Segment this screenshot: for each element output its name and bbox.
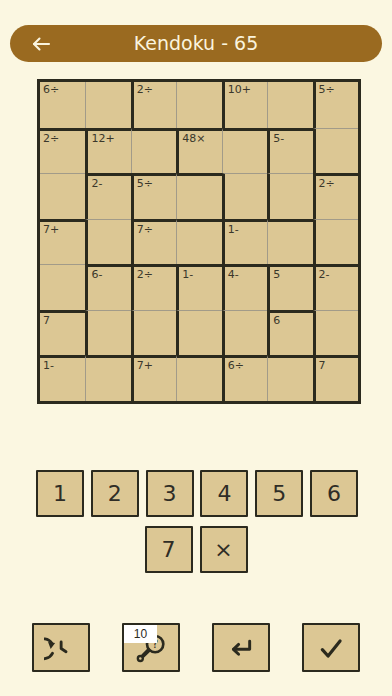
cage-label: 1- [182,268,193,281]
cage-label: 2÷ [137,268,153,281]
cell-r3c4[interactable]: 1- [222,219,267,265]
cell-r2c2[interactable]: 5÷ [131,173,176,219]
cell-r6c3[interactable] [176,355,221,401]
cell-r0c2[interactable]: 2÷ [131,82,176,128]
cell-r4c4[interactable]: 4- [222,264,267,310]
cage-label: 2÷ [43,132,59,145]
cage-label: 2- [91,177,102,190]
number-button-5[interactable]: 5 [255,470,303,517]
cell-r5c6[interactable] [313,310,358,356]
cell-r2c3[interactable] [176,173,221,219]
cell-r0c1[interactable] [85,82,130,128]
cage-label: 5÷ [137,177,153,190]
cell-r1c5[interactable]: 5- [267,128,312,174]
undo-button[interactable] [32,623,90,672]
cell-r1c1[interactable]: 12+ [85,128,130,174]
cell-r3c2[interactable]: 7÷ [131,219,176,265]
cage-label: 7 [319,359,326,372]
cell-r6c0[interactable]: 1- [40,355,85,401]
cell-r3c3[interactable] [176,219,221,265]
cell-r4c6[interactable]: 2- [313,264,358,310]
cage-label: 7+ [43,223,59,236]
cell-r5c3[interactable] [176,310,221,356]
cage-label: 5÷ [319,83,335,96]
cage-label: 1- [228,223,239,236]
cage-label: 5 [273,268,280,281]
return-arrow-icon [225,632,257,664]
number-button-1[interactable]: 1 [36,470,84,517]
cell-r3c1[interactable] [85,219,130,265]
cage-label: 6÷ [228,359,244,372]
cell-r6c1[interactable] [85,355,130,401]
history-clock-icon [44,631,78,665]
cell-r1c2[interactable] [131,128,176,174]
cell-r5c1[interactable] [85,310,130,356]
cell-r6c5[interactable] [267,355,312,401]
cell-r1c0[interactable]: 2÷ [40,128,85,174]
cell-r4c3[interactable]: 1- [176,264,221,310]
toolbar: ? 10 [32,623,360,672]
number-button-2[interactable]: 2 [91,470,139,517]
cell-r2c4[interactable] [222,173,267,219]
cage-label: 6- [91,268,102,281]
cage-label: 2- [319,268,330,281]
cell-r0c5[interactable] [267,82,312,128]
page-title: Kendoku - 65 [134,25,259,62]
number-button-3[interactable]: 3 [146,470,194,517]
cell-r1c6[interactable] [313,128,358,174]
puzzle-grid: 6÷2÷10+5÷2÷12+48×5-2-5÷2÷7+7÷1-6-2÷1-4-5… [37,79,361,404]
cell-r5c4[interactable] [222,310,267,356]
cell-r3c0[interactable]: 7+ [40,219,85,265]
cell-r2c6[interactable]: 2÷ [313,173,358,219]
cage-label: 5- [273,132,284,145]
cell-r6c6[interactable]: 7 [313,355,358,401]
cell-r3c5[interactable] [267,219,312,265]
cell-r1c4[interactable] [222,128,267,174]
checkmark-icon [315,632,347,664]
cell-r2c0[interactable] [40,173,85,219]
cell-r4c5[interactable]: 5 [267,264,312,310]
check-button[interactable] [302,623,360,672]
number-button-4[interactable]: 4 [200,470,248,517]
cell-r4c2[interactable]: 2÷ [131,264,176,310]
app-background: { "game": "KenDoku (KenKen / Calcudoku),… [0,0,392,696]
cage-label: 7+ [137,359,153,372]
cage-label: 2÷ [137,83,153,96]
cage-label: 7 [43,314,50,327]
cell-r5c0[interactable]: 7 [40,310,85,356]
hint-count-badge: 10 [124,625,157,643]
cage-label: 48× [182,132,205,145]
cage-label: 4- [228,268,239,281]
cell-r4c0[interactable] [40,264,85,310]
cell-r3c6[interactable] [313,219,358,265]
cage-label: 6÷ [43,83,59,96]
cell-r5c2[interactable] [131,310,176,356]
cell-r1c3[interactable]: 48× [176,128,221,174]
erase-button[interactable]: × [200,526,248,573]
number-button-6[interactable]: 6 [310,470,358,517]
number-button-7[interactable]: 7 [145,526,193,573]
return-button[interactable] [212,623,270,672]
cage-label: 7÷ [137,223,153,236]
back-button[interactable] [28,31,54,57]
cell-r2c1[interactable]: 2- [85,173,130,219]
cage-label: 1- [43,359,54,372]
cage-label: 6 [273,314,280,327]
numpad-row-1: 1 2 3 4 5 6 [36,470,358,517]
cell-r5c5[interactable]: 6 [267,310,312,356]
cage-label: 12+ [91,132,114,145]
hint-button[interactable]: ? 10 [122,623,180,672]
cell-r6c4[interactable]: 6÷ [222,355,267,401]
numpad-row-2: 7 × [0,526,392,573]
header-bar: Kendoku - 65 [10,25,382,62]
cage-label: 10+ [228,83,251,96]
back-arrow-icon [29,32,53,56]
cage-label: 2÷ [319,177,335,190]
cell-r6c2[interactable]: 7+ [131,355,176,401]
cell-r0c6[interactable]: 5÷ [313,82,358,128]
cell-r2c5[interactable] [267,173,312,219]
cell-r4c1[interactable]: 6- [85,264,130,310]
cell-r0c0[interactable]: 6÷ [40,82,85,128]
cell-r0c4[interactable]: 10+ [222,82,267,128]
cell-r0c3[interactable] [176,82,221,128]
